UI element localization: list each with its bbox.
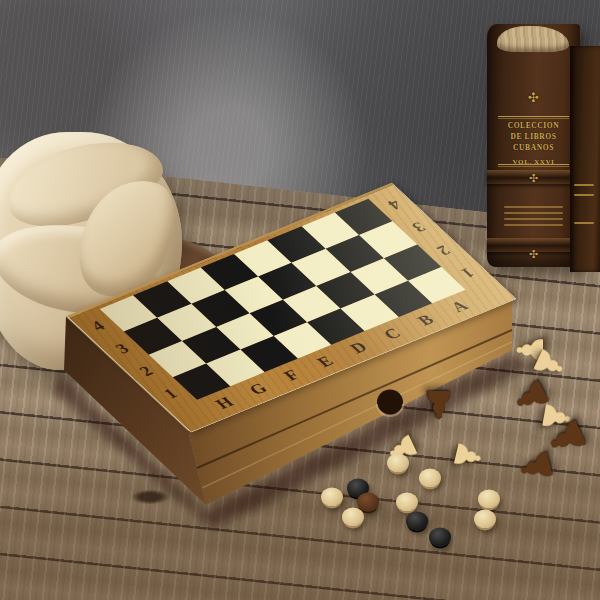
dark-pawn-upside-down: ♟ (422, 385, 456, 423)
dark-pawn-lying: ♟ (512, 445, 560, 490)
light-checker-disc (396, 493, 418, 512)
scattered-pieces-layer: ♟♟♟♟♟♟♟♟♟ (0, 0, 600, 600)
black-checker-disc (429, 528, 451, 547)
light-checker-disc (321, 488, 343, 507)
light-checker-disc (387, 454, 409, 473)
light-pawn-lying: ♟ (448, 437, 488, 474)
light-checker-disc (478, 490, 500, 509)
scene: ✣ COLECCION DE LIBROS CUBANOS VOL. XXVI … (0, 0, 600, 600)
brown-checker-disc (357, 493, 379, 512)
black-checker-disc (406, 512, 428, 531)
light-checker-disc (474, 510, 496, 529)
light-checker-disc (419, 469, 441, 488)
light-checker-disc (342, 508, 364, 527)
